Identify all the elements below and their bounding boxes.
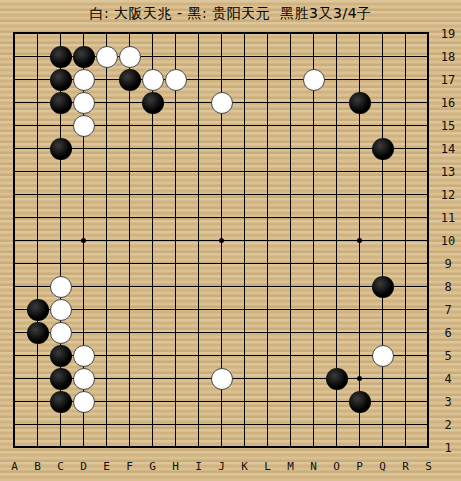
board-cell-F15[interactable]: [118, 114, 141, 137]
board-cell-K12[interactable]: [233, 183, 256, 206]
board-cell-P17[interactable]: [348, 68, 371, 91]
board-cell-A6[interactable]: [3, 321, 26, 344]
board-cell-D5[interactable]: [72, 344, 95, 367]
board-cell-M2[interactable]: [279, 413, 302, 436]
board-cell-J14[interactable]: [210, 137, 233, 160]
board-cell-F8[interactable]: [118, 275, 141, 298]
board-cell-G4[interactable]: [141, 367, 164, 390]
board-cell-D18[interactable]: [72, 45, 95, 68]
board-cell-L10[interactable]: [256, 229, 279, 252]
board-cell-F3[interactable]: [118, 390, 141, 413]
board-cell-R15[interactable]: [394, 114, 417, 137]
board-cell-K9[interactable]: [233, 252, 256, 275]
board-cell-A4[interactable]: [3, 367, 26, 390]
board-cell-I17[interactable]: [187, 68, 210, 91]
board-cell-G7[interactable]: [141, 298, 164, 321]
board-cell-D7[interactable]: [72, 298, 95, 321]
board-cell-F6[interactable]: [118, 321, 141, 344]
board-cell-F5[interactable]: [118, 344, 141, 367]
board-cell-H2[interactable]: [164, 413, 187, 436]
board-cell-K19[interactable]: [233, 22, 256, 45]
board-cell-K16[interactable]: [233, 91, 256, 114]
board-cell-B2[interactable]: [26, 413, 49, 436]
board-cell-H3[interactable]: [164, 390, 187, 413]
board-cell-I19[interactable]: [187, 22, 210, 45]
board-cell-N17[interactable]: [302, 68, 325, 91]
board-cell-L18[interactable]: [256, 45, 279, 68]
board-cell-C4[interactable]: [49, 367, 72, 390]
board-cell-N7[interactable]: [302, 298, 325, 321]
board-cell-P1[interactable]: [348, 436, 371, 459]
board-cell-K6[interactable]: [233, 321, 256, 344]
board-cell-E3[interactable]: [95, 390, 118, 413]
board-cell-K4[interactable]: [233, 367, 256, 390]
board-cell-D3[interactable]: [72, 390, 95, 413]
board-cell-C15[interactable]: [49, 114, 72, 137]
board-cell-H7[interactable]: [164, 298, 187, 321]
board-cell-O5[interactable]: [325, 344, 348, 367]
board-cell-R14[interactable]: [394, 137, 417, 160]
board-cell-K7[interactable]: [233, 298, 256, 321]
board-cell-G15[interactable]: [141, 114, 164, 137]
board-cell-Q6[interactable]: [371, 321, 394, 344]
board-cell-P16[interactable]: [348, 91, 371, 114]
board-cell-C8[interactable]: [49, 275, 72, 298]
board-cell-J8[interactable]: [210, 275, 233, 298]
board-cell-B17[interactable]: [26, 68, 49, 91]
board-cell-I4[interactable]: [187, 367, 210, 390]
board-cell-F19[interactable]: [118, 22, 141, 45]
board-cell-L8[interactable]: [256, 275, 279, 298]
board-cell-M3[interactable]: [279, 390, 302, 413]
board-cell-C18[interactable]: [49, 45, 72, 68]
board-cell-I7[interactable]: [187, 298, 210, 321]
board-cell-J6[interactable]: [210, 321, 233, 344]
board-cell-Q3[interactable]: [371, 390, 394, 413]
board-cell-E18[interactable]: [95, 45, 118, 68]
board-cell-D19[interactable]: [72, 22, 95, 45]
board-cell-A19[interactable]: [3, 22, 26, 45]
board-cell-I8[interactable]: [187, 275, 210, 298]
board-cell-H15[interactable]: [164, 114, 187, 137]
board-cell-I3[interactable]: [187, 390, 210, 413]
board-cell-J11[interactable]: [210, 206, 233, 229]
board-cell-E10[interactable]: [95, 229, 118, 252]
board-cell-K3[interactable]: [233, 390, 256, 413]
board-cell-L13[interactable]: [256, 160, 279, 183]
board-cell-M12[interactable]: [279, 183, 302, 206]
board-cell-O11[interactable]: [325, 206, 348, 229]
board-cell-R1[interactable]: [394, 436, 417, 459]
board-cell-Q7[interactable]: [371, 298, 394, 321]
board-cell-H16[interactable]: [164, 91, 187, 114]
board-cell-M16[interactable]: [279, 91, 302, 114]
board-cell-C7[interactable]: [49, 298, 72, 321]
board-cell-L6[interactable]: [256, 321, 279, 344]
board-cell-H14[interactable]: [164, 137, 187, 160]
board-cell-D4[interactable]: [72, 367, 95, 390]
board-cell-B14[interactable]: [26, 137, 49, 160]
board-cell-G3[interactable]: [141, 390, 164, 413]
board-cell-J10[interactable]: [210, 229, 233, 252]
board-cell-B11[interactable]: [26, 206, 49, 229]
board-cell-A3[interactable]: [3, 390, 26, 413]
board-cell-L14[interactable]: [256, 137, 279, 160]
board-cell-Q16[interactable]: [371, 91, 394, 114]
board-cell-K5[interactable]: [233, 344, 256, 367]
board-cell-C10[interactable]: [49, 229, 72, 252]
board-cell-J15[interactable]: [210, 114, 233, 137]
board-cell-R11[interactable]: [394, 206, 417, 229]
board-cell-F1[interactable]: [118, 436, 141, 459]
board-cell-G13[interactable]: [141, 160, 164, 183]
board-cell-J17[interactable]: [210, 68, 233, 91]
board-cell-M5[interactable]: [279, 344, 302, 367]
board-cell-M10[interactable]: [279, 229, 302, 252]
board-cell-N18[interactable]: [302, 45, 325, 68]
board-cell-I11[interactable]: [187, 206, 210, 229]
board-cell-O1[interactable]: [325, 436, 348, 459]
board-cell-M15[interactable]: [279, 114, 302, 137]
board-cell-E13[interactable]: [95, 160, 118, 183]
board-cell-M9[interactable]: [279, 252, 302, 275]
board-cell-L12[interactable]: [256, 183, 279, 206]
board-cell-J19[interactable]: [210, 22, 233, 45]
board-cell-M17[interactable]: [279, 68, 302, 91]
board-cell-D14[interactable]: [72, 137, 95, 160]
board-cell-L19[interactable]: [256, 22, 279, 45]
board-cell-M1[interactable]: [279, 436, 302, 459]
board-cell-I10[interactable]: [187, 229, 210, 252]
board-cell-N15[interactable]: [302, 114, 325, 137]
board-cell-F2[interactable]: [118, 413, 141, 436]
board-cell-G2[interactable]: [141, 413, 164, 436]
board-cell-Q12[interactable]: [371, 183, 394, 206]
board-cell-E12[interactable]: [95, 183, 118, 206]
board-cell-G5[interactable]: [141, 344, 164, 367]
board-cell-O17[interactable]: [325, 68, 348, 91]
board-cell-H8[interactable]: [164, 275, 187, 298]
board-cell-L7[interactable]: [256, 298, 279, 321]
board-cell-I12[interactable]: [187, 183, 210, 206]
board-cell-O19[interactable]: [325, 22, 348, 45]
board-cell-O7[interactable]: [325, 298, 348, 321]
board-cell-P15[interactable]: [348, 114, 371, 137]
board-cell-M19[interactable]: [279, 22, 302, 45]
board-cell-B5[interactable]: [26, 344, 49, 367]
board-cell-L4[interactable]: [256, 367, 279, 390]
board-cell-C6[interactable]: [49, 321, 72, 344]
board-cell-H9[interactable]: [164, 252, 187, 275]
board-cell-L15[interactable]: [256, 114, 279, 137]
board-cell-E6[interactable]: [95, 321, 118, 344]
board-cell-N19[interactable]: [302, 22, 325, 45]
board-cell-J9[interactable]: [210, 252, 233, 275]
board-cell-D2[interactable]: [72, 413, 95, 436]
board-cell-P3[interactable]: [348, 390, 371, 413]
board-cell-R16[interactable]: [394, 91, 417, 114]
board-cell-H10[interactable]: [164, 229, 187, 252]
board-cell-R4[interactable]: [394, 367, 417, 390]
board-cell-C17[interactable]: [49, 68, 72, 91]
board-cell-F9[interactable]: [118, 252, 141, 275]
board-cell-I13[interactable]: [187, 160, 210, 183]
board-cell-G17[interactable]: [141, 68, 164, 91]
board-cell-H6[interactable]: [164, 321, 187, 344]
board-cell-P7[interactable]: [348, 298, 371, 321]
board-cell-G14[interactable]: [141, 137, 164, 160]
board-cell-N4[interactable]: [302, 367, 325, 390]
board-cell-P5[interactable]: [348, 344, 371, 367]
board-cell-I1[interactable]: [187, 436, 210, 459]
board-cell-N13[interactable]: [302, 160, 325, 183]
board-cell-P8[interactable]: [348, 275, 371, 298]
board-cell-M7[interactable]: [279, 298, 302, 321]
board-cell-A13[interactable]: [3, 160, 26, 183]
board-cell-M13[interactable]: [279, 160, 302, 183]
board-cell-D1[interactable]: [72, 436, 95, 459]
board-cell-G12[interactable]: [141, 183, 164, 206]
board-cell-G16[interactable]: [141, 91, 164, 114]
board-cell-A9[interactable]: [3, 252, 26, 275]
board-cell-A8[interactable]: [3, 275, 26, 298]
board-cell-A2[interactable]: [3, 413, 26, 436]
board-cell-B10[interactable]: [26, 229, 49, 252]
board-cell-L17[interactable]: [256, 68, 279, 91]
board-cell-B3[interactable]: [26, 390, 49, 413]
board-cell-D16[interactable]: [72, 91, 95, 114]
board-cell-J7[interactable]: [210, 298, 233, 321]
board-cell-F16[interactable]: [118, 91, 141, 114]
board-cell-H4[interactable]: [164, 367, 187, 390]
board-cell-G19[interactable]: [141, 22, 164, 45]
board-cell-P10[interactable]: [348, 229, 371, 252]
board-cell-H5[interactable]: [164, 344, 187, 367]
board-cell-L3[interactable]: [256, 390, 279, 413]
board-cell-H13[interactable]: [164, 160, 187, 183]
board-cell-D6[interactable]: [72, 321, 95, 344]
board-cell-L11[interactable]: [256, 206, 279, 229]
board-cell-G10[interactable]: [141, 229, 164, 252]
board-cell-I6[interactable]: [187, 321, 210, 344]
board-cell-K14[interactable]: [233, 137, 256, 160]
board-cell-M14[interactable]: [279, 137, 302, 160]
board-cell-A11[interactable]: [3, 206, 26, 229]
board-cell-N5[interactable]: [302, 344, 325, 367]
board-cell-G1[interactable]: [141, 436, 164, 459]
board-cell-O16[interactable]: [325, 91, 348, 114]
board-cell-D10[interactable]: [72, 229, 95, 252]
board-cell-K18[interactable]: [233, 45, 256, 68]
board-cell-Q8[interactable]: [371, 275, 394, 298]
board-cell-E19[interactable]: [95, 22, 118, 45]
board-cell-B15[interactable]: [26, 114, 49, 137]
board-cell-O18[interactable]: [325, 45, 348, 68]
board-cell-C19[interactable]: [49, 22, 72, 45]
board-cell-F13[interactable]: [118, 160, 141, 183]
board-cell-N12[interactable]: [302, 183, 325, 206]
board-cell-A15[interactable]: [3, 114, 26, 137]
board-cell-Q18[interactable]: [371, 45, 394, 68]
board-cell-O10[interactable]: [325, 229, 348, 252]
board-cell-C1[interactable]: [49, 436, 72, 459]
board-cell-E7[interactable]: [95, 298, 118, 321]
board-cell-D12[interactable]: [72, 183, 95, 206]
board-cell-E14[interactable]: [95, 137, 118, 160]
board-cell-B9[interactable]: [26, 252, 49, 275]
board-cell-O15[interactable]: [325, 114, 348, 137]
board-cell-A7[interactable]: [3, 298, 26, 321]
board-cell-P11[interactable]: [348, 206, 371, 229]
board-cell-I9[interactable]: [187, 252, 210, 275]
board-cell-R19[interactable]: [394, 22, 417, 45]
board-cell-R7[interactable]: [394, 298, 417, 321]
board-cell-L16[interactable]: [256, 91, 279, 114]
board-cell-D8[interactable]: [72, 275, 95, 298]
board-cell-I14[interactable]: [187, 137, 210, 160]
board-cell-E8[interactable]: [95, 275, 118, 298]
board-cell-B18[interactable]: [26, 45, 49, 68]
board-cell-J1[interactable]: [210, 436, 233, 459]
board-cell-P19[interactable]: [348, 22, 371, 45]
board-cell-O8[interactable]: [325, 275, 348, 298]
board-cell-H11[interactable]: [164, 206, 187, 229]
board-cell-J13[interactable]: [210, 160, 233, 183]
board-cell-R3[interactable]: [394, 390, 417, 413]
board-cell-J2[interactable]: [210, 413, 233, 436]
board-cell-B8[interactable]: [26, 275, 49, 298]
board-cell-O14[interactable]: [325, 137, 348, 160]
board-cell-R17[interactable]: [394, 68, 417, 91]
board-cell-I2[interactable]: [187, 413, 210, 436]
board-cell-A5[interactable]: [3, 344, 26, 367]
board-cell-C14[interactable]: [49, 137, 72, 160]
board-cell-B16[interactable]: [26, 91, 49, 114]
board-cell-E11[interactable]: [95, 206, 118, 229]
board-cell-A14[interactable]: [3, 137, 26, 160]
board-cell-O3[interactable]: [325, 390, 348, 413]
board-cell-F14[interactable]: [118, 137, 141, 160]
board-cell-N1[interactable]: [302, 436, 325, 459]
go-board[interactable]: [3, 22, 440, 459]
board-cell-E2[interactable]: [95, 413, 118, 436]
board-cell-D15[interactable]: [72, 114, 95, 137]
board-cell-R10[interactable]: [394, 229, 417, 252]
board-cell-L1[interactable]: [256, 436, 279, 459]
board-cell-A16[interactable]: [3, 91, 26, 114]
board-cell-P18[interactable]: [348, 45, 371, 68]
board-cell-G9[interactable]: [141, 252, 164, 275]
board-cell-N11[interactable]: [302, 206, 325, 229]
board-cell-C2[interactable]: [49, 413, 72, 436]
board-cell-E17[interactable]: [95, 68, 118, 91]
board-cell-Q14[interactable]: [371, 137, 394, 160]
board-cell-N3[interactable]: [302, 390, 325, 413]
board-cell-A18[interactable]: [3, 45, 26, 68]
board-cell-R9[interactable]: [394, 252, 417, 275]
board-cell-K8[interactable]: [233, 275, 256, 298]
board-cell-B19[interactable]: [26, 22, 49, 45]
board-cell-M11[interactable]: [279, 206, 302, 229]
board-cell-B4[interactable]: [26, 367, 49, 390]
board-cell-F10[interactable]: [118, 229, 141, 252]
board-cell-H19[interactable]: [164, 22, 187, 45]
board-cell-A12[interactable]: [3, 183, 26, 206]
board-cell-Q9[interactable]: [371, 252, 394, 275]
board-cell-C9[interactable]: [49, 252, 72, 275]
board-cell-J4[interactable]: [210, 367, 233, 390]
board-cell-M18[interactable]: [279, 45, 302, 68]
board-cell-O9[interactable]: [325, 252, 348, 275]
board-cell-D9[interactable]: [72, 252, 95, 275]
board-cell-K15[interactable]: [233, 114, 256, 137]
board-cell-K11[interactable]: [233, 206, 256, 229]
board-cell-J3[interactable]: [210, 390, 233, 413]
board-cell-Q17[interactable]: [371, 68, 394, 91]
board-cell-F11[interactable]: [118, 206, 141, 229]
board-cell-E9[interactable]: [95, 252, 118, 275]
board-cell-F17[interactable]: [118, 68, 141, 91]
board-cell-D17[interactable]: [72, 68, 95, 91]
board-cell-O4[interactable]: [325, 367, 348, 390]
board-cell-R6[interactable]: [394, 321, 417, 344]
board-cell-F7[interactable]: [118, 298, 141, 321]
board-cell-J18[interactable]: [210, 45, 233, 68]
board-cell-I5[interactable]: [187, 344, 210, 367]
board-cell-Q11[interactable]: [371, 206, 394, 229]
board-cell-P6[interactable]: [348, 321, 371, 344]
board-cell-K10[interactable]: [233, 229, 256, 252]
board-cell-N6[interactable]: [302, 321, 325, 344]
board-cell-C12[interactable]: [49, 183, 72, 206]
board-cell-E15[interactable]: [95, 114, 118, 137]
board-cell-P13[interactable]: [348, 160, 371, 183]
board-cell-E16[interactable]: [95, 91, 118, 114]
board-cell-N10[interactable]: [302, 229, 325, 252]
board-cell-N8[interactable]: [302, 275, 325, 298]
board-cell-J12[interactable]: [210, 183, 233, 206]
board-cell-C3[interactable]: [49, 390, 72, 413]
board-cell-G18[interactable]: [141, 45, 164, 68]
board-cell-I15[interactable]: [187, 114, 210, 137]
board-cell-P2[interactable]: [348, 413, 371, 436]
board-cell-P4[interactable]: [348, 367, 371, 390]
board-cell-G6[interactable]: [141, 321, 164, 344]
board-cell-N14[interactable]: [302, 137, 325, 160]
board-cell-L9[interactable]: [256, 252, 279, 275]
board-cell-I18[interactable]: [187, 45, 210, 68]
board-cell-B13[interactable]: [26, 160, 49, 183]
board-cell-N2[interactable]: [302, 413, 325, 436]
board-cell-B6[interactable]: [26, 321, 49, 344]
board-cell-E4[interactable]: [95, 367, 118, 390]
board-cell-H12[interactable]: [164, 183, 187, 206]
board-cell-F4[interactable]: [118, 367, 141, 390]
board-cell-P12[interactable]: [348, 183, 371, 206]
board-cell-K17[interactable]: [233, 68, 256, 91]
board-cell-F18[interactable]: [118, 45, 141, 68]
board-cell-O13[interactable]: [325, 160, 348, 183]
board-cell-M6[interactable]: [279, 321, 302, 344]
board-cell-L2[interactable]: [256, 413, 279, 436]
board-cell-B1[interactable]: [26, 436, 49, 459]
board-cell-C16[interactable]: [49, 91, 72, 114]
board-cell-Q13[interactable]: [371, 160, 394, 183]
board-cell-Q19[interactable]: [371, 22, 394, 45]
board-cell-R12[interactable]: [394, 183, 417, 206]
board-cell-Q1[interactable]: [371, 436, 394, 459]
board-cell-Q4[interactable]: [371, 367, 394, 390]
